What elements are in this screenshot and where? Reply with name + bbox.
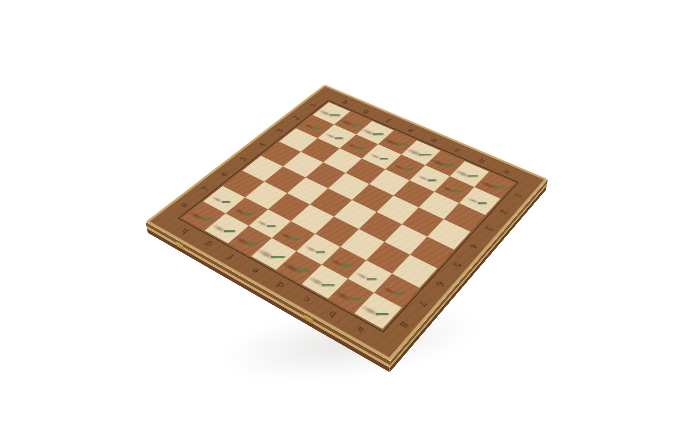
chess-set-photo: hh11gg22ff33ee44dd55cc66bb77aa88 ♜♞♝♚♛♝♞… bbox=[0, 0, 680, 425]
board-pieces: ♜♞♝♚♛♝♞♜♟♟♟♟♟♟♟♟♟♟♟♟♟♟♟♟♜♞♝♚♛♝♞♜ bbox=[150, 87, 544, 358]
rook-icon: ♜ bbox=[352, 260, 399, 312]
board-perspective-wrapper: hh11gg22ff33ee44dd55cc66bb77aa88 ♜♞♝♚♛♝♞… bbox=[208, 56, 496, 344]
brass-clasp-icon bbox=[176, 241, 185, 251]
brass-clasp-icon bbox=[304, 314, 313, 324]
pawn-icon: ♟ bbox=[463, 168, 494, 202]
